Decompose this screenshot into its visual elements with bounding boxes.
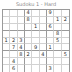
cell-r2c7[interactable] xyxy=(47,17,54,24)
given-digit: 2 xyxy=(27,52,30,57)
cell-r6c3: 4 xyxy=(18,44,25,51)
given-digit: 5 xyxy=(56,38,59,43)
given-digit: 8 xyxy=(56,31,59,36)
sudoku-board: 49812168123574918245463 xyxy=(2,9,70,72)
cell-r7c6: 4 xyxy=(40,51,47,58)
cell-r8c7[interactable] xyxy=(47,58,54,65)
given-digit: 1 xyxy=(34,24,37,29)
cell-r9c4[interactable] xyxy=(25,65,32,72)
cell-r2c3[interactable] xyxy=(18,17,25,24)
cell-r3c2[interactable] xyxy=(10,24,17,31)
given-digit: 8 xyxy=(19,52,22,57)
given-digit: 2 xyxy=(12,38,15,43)
cell-r3c9[interactable] xyxy=(62,24,69,31)
given-digit: 3 xyxy=(49,66,52,71)
given-digit: 9 xyxy=(34,45,37,50)
given-digit: 8 xyxy=(27,17,30,22)
cell-r8c2: 4 xyxy=(10,58,17,65)
cell-r1c6[interactable] xyxy=(40,10,47,17)
cell-r9c8[interactable] xyxy=(54,65,61,72)
cell-r1c9[interactable] xyxy=(62,10,69,17)
cell-r6c7: 1 xyxy=(47,44,54,51)
cell-r7c7[interactable] xyxy=(47,51,54,58)
cell-r3c4[interactable] xyxy=(25,24,32,31)
page-title: Sudoku 1 - Hard xyxy=(0,1,72,7)
cell-r7c4: 2 xyxy=(25,51,32,58)
sudoku-page: Sudoku 1 - Hard 49812168123574918245463 xyxy=(0,0,72,72)
cell-r1c1[interactable] xyxy=(3,10,10,17)
given-digit: 6 xyxy=(49,24,52,29)
cell-r5c2: 2 xyxy=(10,38,17,45)
cell-r6c8[interactable] xyxy=(54,44,61,51)
given-digit: 7 xyxy=(12,45,15,50)
cell-r6c5: 9 xyxy=(32,44,39,51)
cell-r4c6[interactable] xyxy=(40,31,47,38)
cell-r3c1[interactable] xyxy=(3,24,10,31)
cell-r5c1: 1 xyxy=(3,38,10,45)
cell-r7c8[interactable] xyxy=(54,51,61,58)
cell-r3c3[interactable] xyxy=(18,24,25,31)
cell-r1c7: 9 xyxy=(47,10,54,17)
cell-r8c1[interactable] xyxy=(3,58,10,65)
given-digit: 4 xyxy=(19,45,22,50)
cell-r7c3: 8 xyxy=(18,51,25,58)
given-digit: 1 xyxy=(5,38,8,43)
cell-r1c5[interactable] xyxy=(32,10,39,17)
given-digit: 4 xyxy=(41,52,44,57)
cell-r6c6[interactable] xyxy=(40,44,47,51)
given-digit: 5 xyxy=(64,52,67,57)
cell-r5c6[interactable] xyxy=(40,38,47,45)
cell-r3c7: 6 xyxy=(47,24,54,31)
cell-r6c1[interactable] xyxy=(3,44,10,51)
cell-r7c1[interactable] xyxy=(3,51,10,58)
cell-r4c5[interactable] xyxy=(32,31,39,38)
cell-r7c2[interactable] xyxy=(10,51,17,58)
cell-r9c3[interactable] xyxy=(18,65,25,72)
cell-r9c6[interactable] xyxy=(40,65,47,72)
cell-r8c3[interactable] xyxy=(18,58,25,65)
given-digit: 9 xyxy=(49,10,52,15)
cell-r2c1[interactable] xyxy=(3,17,10,24)
cell-r6c4[interactable] xyxy=(25,44,32,51)
cell-r2c9: 2 xyxy=(62,17,69,24)
cell-r3c5: 1 xyxy=(32,24,39,31)
cell-r5c8: 5 xyxy=(54,38,61,45)
given-digit: 4 xyxy=(27,10,30,15)
cell-r2c5[interactable] xyxy=(32,17,39,24)
cell-r4c9[interactable] xyxy=(62,31,69,38)
given-digit: 2 xyxy=(64,17,67,22)
cell-r8c6[interactable] xyxy=(40,58,47,65)
cell-r7c5[interactable] xyxy=(32,51,39,58)
cell-r7c9: 5 xyxy=(62,51,69,58)
given-digit: 1 xyxy=(49,45,52,50)
cell-r4c8: 8 xyxy=(54,31,61,38)
cell-r9c1[interactable] xyxy=(3,65,10,72)
cell-r5c4[interactable] xyxy=(25,38,32,45)
cell-r8c9[interactable] xyxy=(62,58,69,65)
cell-r3c6[interactable] xyxy=(40,24,47,31)
cell-r2c2[interactable] xyxy=(10,17,17,24)
cell-r4c4[interactable] xyxy=(25,31,32,38)
cell-r5c7[interactable] xyxy=(47,38,54,45)
given-digit: 1 xyxy=(56,17,59,22)
given-digit: 3 xyxy=(19,38,22,43)
cell-r4c2[interactable] xyxy=(10,31,17,38)
cell-r8c5[interactable] xyxy=(32,58,39,65)
cell-r4c1[interactable] xyxy=(3,31,10,38)
given-digit: 4 xyxy=(12,59,15,64)
cell-r1c3[interactable] xyxy=(18,10,25,17)
cell-r2c6[interactable] xyxy=(40,17,47,24)
cell-r9c2: 6 xyxy=(10,65,17,72)
cell-r6c9[interactable] xyxy=(62,44,69,51)
cell-r2c4: 8 xyxy=(25,17,32,24)
cell-r9c7: 3 xyxy=(47,65,54,72)
cell-r6c2: 7 xyxy=(10,44,17,51)
cell-r1c8[interactable] xyxy=(54,10,61,17)
cell-r9c5[interactable] xyxy=(32,65,39,72)
cell-r5c5[interactable] xyxy=(32,38,39,45)
cell-r2c8: 1 xyxy=(54,17,61,24)
cell-r9c9[interactable] xyxy=(62,65,69,72)
cell-r8c4[interactable] xyxy=(25,58,32,65)
cell-r3c8[interactable] xyxy=(54,24,61,31)
cell-r8c8[interactable] xyxy=(54,58,61,65)
cell-r4c3[interactable] xyxy=(18,31,25,38)
cell-r4c7[interactable] xyxy=(47,31,54,38)
cell-r5c3: 3 xyxy=(18,38,25,45)
cell-r5c9[interactable] xyxy=(62,38,69,45)
given-digit: 6 xyxy=(12,66,15,71)
cell-r1c2[interactable] xyxy=(10,10,17,17)
cell-r1c4: 4 xyxy=(25,10,32,17)
